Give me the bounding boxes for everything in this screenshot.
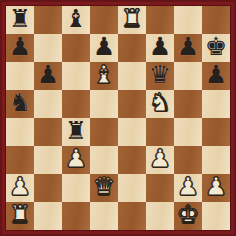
square-a5[interactable]: ♞ — [6, 90, 34, 118]
square-b2[interactable] — [34, 174, 62, 202]
square-e3[interactable] — [118, 146, 146, 174]
square-b7[interactable] — [34, 34, 62, 62]
square-f5[interactable]: ♞ — [146, 90, 174, 118]
piece-black-bishop[interactable]: ♝ — [65, 6, 87, 33]
square-b8[interactable] — [34, 6, 62, 34]
square-g2[interactable]: ♟ — [174, 174, 202, 202]
square-g4[interactable] — [174, 118, 202, 146]
square-d8[interactable] — [90, 6, 118, 34]
square-e4[interactable] — [118, 118, 146, 146]
square-e8[interactable]: ♜ — [118, 6, 146, 34]
square-f7[interactable]: ♟ — [146, 34, 174, 62]
square-c8[interactable]: ♝ — [62, 6, 90, 34]
square-c3[interactable]: ♟ — [62, 146, 90, 174]
square-g6[interactable] — [174, 62, 202, 90]
square-h2[interactable]: ♟ — [202, 174, 230, 202]
square-c6[interactable] — [62, 62, 90, 90]
square-f3[interactable]: ♟ — [146, 146, 174, 174]
square-d4[interactable] — [90, 118, 118, 146]
square-a3[interactable] — [6, 146, 34, 174]
square-f2[interactable] — [146, 174, 174, 202]
piece-white-rook[interactable]: ♜ — [121, 6, 143, 33]
square-d1[interactable] — [90, 202, 118, 230]
square-d3[interactable] — [90, 146, 118, 174]
square-e5[interactable] — [118, 90, 146, 118]
piece-white-queen[interactable]: ♛ — [93, 174, 115, 201]
piece-black-king[interactable]: ♚ — [205, 34, 227, 61]
square-d6[interactable]: ♝ — [90, 62, 118, 90]
piece-white-pawn[interactable]: ♟ — [205, 174, 227, 201]
square-e7[interactable] — [118, 34, 146, 62]
square-f6[interactable]: ♛ — [146, 62, 174, 90]
square-d7[interactable]: ♟ — [90, 34, 118, 62]
square-c5[interactable] — [62, 90, 90, 118]
piece-white-knight[interactable]: ♞ — [149, 90, 171, 117]
piece-black-pawn[interactable]: ♟ — [93, 34, 115, 61]
piece-black-rook[interactable]: ♜ — [9, 6, 31, 33]
square-h8[interactable] — [202, 6, 230, 34]
square-a8[interactable]: ♜ — [6, 6, 34, 34]
piece-white-pawn[interactable]: ♟ — [9, 174, 31, 201]
square-b3[interactable] — [34, 146, 62, 174]
square-g5[interactable] — [174, 90, 202, 118]
square-e1[interactable] — [118, 202, 146, 230]
piece-white-pawn[interactable]: ♟ — [149, 146, 171, 173]
square-b5[interactable] — [34, 90, 62, 118]
piece-white-pawn[interactable]: ♟ — [65, 146, 87, 173]
piece-white-king[interactable]: ♚ — [177, 202, 199, 229]
piece-black-pawn[interactable]: ♟ — [177, 34, 199, 61]
square-c2[interactable] — [62, 174, 90, 202]
square-a1[interactable]: ♜ — [6, 202, 34, 230]
square-a6[interactable] — [6, 62, 34, 90]
square-a2[interactable]: ♟ — [6, 174, 34, 202]
piece-white-rook[interactable]: ♜ — [9, 202, 31, 229]
chess-board-frame: ♜♝♜♟♟♟♟♚♟♝♛♟♞♞♜♟♟♟♛♟♟♜♚ — [0, 0, 236, 236]
piece-black-pawn[interactable]: ♟ — [149, 34, 171, 61]
piece-white-bishop[interactable]: ♝ — [93, 62, 115, 89]
piece-black-pawn[interactable]: ♟ — [205, 62, 227, 89]
square-b6[interactable]: ♟ — [34, 62, 62, 90]
square-b4[interactable] — [34, 118, 62, 146]
square-g7[interactable]: ♟ — [174, 34, 202, 62]
square-a4[interactable] — [6, 118, 34, 146]
square-d5[interactable] — [90, 90, 118, 118]
piece-black-queen[interactable]: ♛ — [149, 62, 171, 89]
square-a7[interactable]: ♟ — [6, 34, 34, 62]
square-e2[interactable] — [118, 174, 146, 202]
square-c7[interactable] — [62, 34, 90, 62]
square-c1[interactable] — [62, 202, 90, 230]
square-h3[interactable] — [202, 146, 230, 174]
square-h5[interactable] — [202, 90, 230, 118]
chess-board: ♜♝♜♟♟♟♟♚♟♝♛♟♞♞♜♟♟♟♛♟♟♜♚ — [6, 6, 230, 230]
square-h4[interactable] — [202, 118, 230, 146]
square-f8[interactable] — [146, 6, 174, 34]
piece-black-knight[interactable]: ♞ — [9, 90, 31, 117]
square-f1[interactable] — [146, 202, 174, 230]
square-h6[interactable]: ♟ — [202, 62, 230, 90]
square-h1[interactable] — [202, 202, 230, 230]
square-f4[interactable] — [146, 118, 174, 146]
square-g3[interactable] — [174, 146, 202, 174]
square-h7[interactable]: ♚ — [202, 34, 230, 62]
piece-black-pawn[interactable]: ♟ — [9, 34, 31, 61]
piece-black-pawn[interactable]: ♟ — [37, 62, 59, 89]
piece-white-pawn[interactable]: ♟ — [177, 174, 199, 201]
square-g1[interactable]: ♚ — [174, 202, 202, 230]
square-e6[interactable] — [118, 62, 146, 90]
piece-black-rook[interactable]: ♜ — [65, 118, 87, 145]
square-c4[interactable]: ♜ — [62, 118, 90, 146]
square-g8[interactable] — [174, 6, 202, 34]
square-d2[interactable]: ♛ — [90, 174, 118, 202]
square-b1[interactable] — [34, 202, 62, 230]
